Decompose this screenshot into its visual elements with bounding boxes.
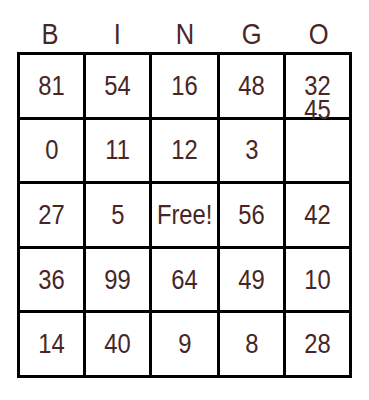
- bingo-cell-b4[interactable]: 36: [20, 249, 83, 311]
- bingo-cell-g4[interactable]: 49: [220, 249, 283, 311]
- bingo-cell-b2[interactable]: 0: [20, 120, 83, 182]
- cell-value: 0: [45, 138, 58, 162]
- bingo-header: B I N G O: [17, 0, 352, 52]
- cell-value: 9: [178, 332, 191, 356]
- cell-value: 5: [111, 203, 124, 227]
- free-cell-value: Free!: [157, 203, 213, 227]
- cell-value: 32 45: [304, 74, 330, 98]
- cell-value: 10: [304, 268, 330, 292]
- bingo-cell-o2-empty[interactable]: [286, 120, 349, 182]
- header-letter-n: N: [175, 19, 193, 52]
- bingo-cell-n4[interactable]: 64: [152, 249, 217, 311]
- cell-value: 16: [171, 74, 197, 98]
- bingo-cell-i4[interactable]: 99: [86, 249, 149, 311]
- bingo-cell-o4[interactable]: 10: [286, 249, 349, 311]
- bingo-cell-i2[interactable]: 11: [86, 120, 149, 182]
- cell-value: 28: [304, 332, 330, 356]
- cell-value: 54: [104, 74, 130, 98]
- cell-value: 56: [238, 203, 264, 227]
- bingo-cell-i3[interactable]: 5: [86, 184, 149, 246]
- header-letter-o: O: [309, 19, 329, 52]
- cell-value: 12: [171, 138, 197, 162]
- bingo-cell-free-space[interactable]: Free!: [152, 184, 217, 246]
- bingo-cell-i1[interactable]: 54: [86, 55, 149, 117]
- cell-value: 42: [304, 203, 330, 227]
- cell-value: 36: [38, 268, 64, 292]
- header-letter-g: G: [242, 19, 262, 52]
- bingo-cell-b5[interactable]: 14: [20, 313, 83, 375]
- bingo-cell-o1-double-number[interactable]: 32 45: [286, 55, 349, 117]
- bingo-card: B I N G O 81 54 16 48 32 45 0 11 12 3 27…: [0, 0, 369, 400]
- cell-value: 11: [105, 138, 130, 162]
- header-letter-i: I: [114, 19, 121, 52]
- bingo-board: 81 54 16 48 32 45 0 11 12 3 27 5 Free! 5…: [17, 52, 352, 378]
- bingo-cell-i5[interactable]: 40: [86, 313, 149, 375]
- cell-value: 99: [104, 268, 130, 292]
- header-letter-b: B: [42, 19, 59, 52]
- bingo-cell-o3[interactable]: 42: [286, 184, 349, 246]
- cell-value: 81: [38, 74, 64, 98]
- cell-value: 3: [245, 138, 258, 162]
- bingo-cell-o5[interactable]: 28: [286, 313, 349, 375]
- bingo-cell-g2[interactable]: 3: [220, 120, 283, 182]
- bingo-cell-b1[interactable]: 81: [20, 55, 83, 117]
- cell-value: 48: [238, 74, 264, 98]
- bingo-cell-b3[interactable]: 27: [20, 184, 83, 246]
- cell-value: 49: [238, 268, 264, 292]
- bingo-cell-n2[interactable]: 12: [152, 120, 217, 182]
- bingo-cell-g3[interactable]: 56: [220, 184, 283, 246]
- cell-value: 40: [104, 332, 130, 356]
- bingo-cell-g5[interactable]: 8: [220, 313, 283, 375]
- bingo-cell-g1[interactable]: 48: [220, 55, 283, 117]
- bingo-cell-n1[interactable]: 16: [152, 55, 217, 117]
- cell-value: 14: [38, 332, 64, 356]
- cell-value: 27: [38, 203, 64, 227]
- cell-value: 64: [171, 268, 197, 292]
- cell-value: 8: [245, 332, 258, 356]
- bingo-cell-n5[interactable]: 9: [152, 313, 217, 375]
